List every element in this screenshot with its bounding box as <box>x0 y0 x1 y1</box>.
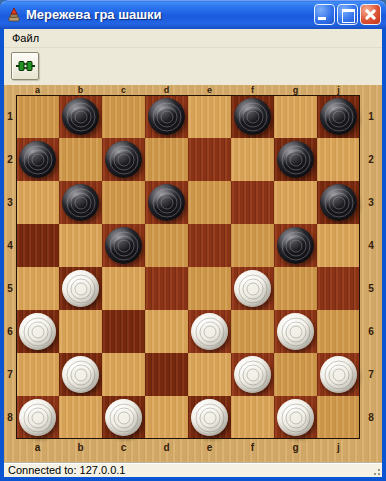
piece-ring <box>31 153 44 166</box>
piece-ring <box>74 282 87 295</box>
piece-ring <box>246 110 259 123</box>
white-piece[interactable]: ● <box>19 399 56 436</box>
square-g4[interactable]: ● <box>274 224 317 267</box>
black-piece[interactable]: ● <box>148 184 185 221</box>
square-c3[interactable] <box>102 181 145 224</box>
white-piece[interactable]: ● <box>191 313 228 350</box>
status-bar: Connected to: 127.0.0.1 <box>4 462 382 477</box>
square-b5[interactable]: ● <box>59 267 102 310</box>
file-label-top-c: c <box>102 85 145 95</box>
rank-label-right-3: 3 <box>360 181 382 224</box>
square-b2[interactable] <box>59 138 102 181</box>
minimize-button[interactable] <box>314 4 335 25</box>
white-piece[interactable]: ● <box>105 399 142 436</box>
square-f4[interactable] <box>231 224 274 267</box>
square-g1[interactable] <box>274 95 317 138</box>
square-a5[interactable] <box>16 267 59 310</box>
white-piece[interactable]: ● <box>62 356 99 393</box>
connect-button[interactable] <box>11 52 39 80</box>
black-piece[interactable]: ● <box>277 227 314 264</box>
square-c2[interactable]: ● <box>102 138 145 181</box>
black-piece[interactable]: ● <box>320 184 357 221</box>
piece-ring <box>246 282 259 295</box>
square-j1[interactable]: ● <box>317 95 360 138</box>
square-f1[interactable]: ● <box>231 95 274 138</box>
board: abcdefgj1●●●●12●●●23●●●34●●45●●56●●●67●●… <box>4 85 382 462</box>
file-label-bottom-f: f <box>231 439 274 462</box>
square-f7[interactable]: ● <box>231 353 274 396</box>
square-d4[interactable] <box>145 224 188 267</box>
board-corner <box>360 85 382 95</box>
square-e7[interactable] <box>188 353 231 396</box>
menu-bar: Файл <box>4 29 382 48</box>
piece-ring <box>74 110 87 123</box>
white-piece[interactable]: ● <box>234 356 271 393</box>
board-corner <box>4 85 16 95</box>
piece-ring <box>203 411 216 424</box>
square-b1[interactable]: ● <box>59 95 102 138</box>
square-e8[interactable]: ● <box>188 396 231 439</box>
square-c7[interactable] <box>102 353 145 396</box>
rank-label-left-3: 3 <box>4 181 16 224</box>
file-label-top-e: e <box>188 85 231 95</box>
square-j2[interactable] <box>317 138 360 181</box>
square-g5[interactable] <box>274 267 317 310</box>
square-g7[interactable] <box>274 353 317 396</box>
black-piece[interactable]: ● <box>62 98 99 135</box>
menu-item-file[interactable]: Файл <box>5 30 46 47</box>
square-g8[interactable]: ● <box>274 396 317 439</box>
file-label-top-g: g <box>274 85 317 95</box>
file-label-bottom-j: j <box>317 439 360 462</box>
piece-ring <box>289 153 302 166</box>
window-content: Файл abcdefgj1●●●●12●●●23●●●34●●45●●56●●… <box>4 29 382 477</box>
piece-ring <box>289 411 302 424</box>
file-label-bottom-b: b <box>59 439 102 462</box>
black-piece[interactable]: ● <box>277 141 314 178</box>
file-label-bottom-g: g <box>274 439 317 462</box>
square-e5[interactable] <box>188 267 231 310</box>
rank-label-left-2: 2 <box>4 138 16 181</box>
square-j6[interactable] <box>317 310 360 353</box>
square-e1[interactable] <box>188 95 231 138</box>
square-a1[interactable] <box>16 95 59 138</box>
black-piece[interactable]: ● <box>105 141 142 178</box>
white-piece[interactable]: ● <box>234 270 271 307</box>
status-text: Connected to: 127.0.0.1 <box>8 464 125 476</box>
square-c6[interactable] <box>102 310 145 353</box>
rank-label-right-5: 5 <box>360 267 382 310</box>
black-piece[interactable]: ● <box>19 141 56 178</box>
black-piece[interactable]: ● <box>62 184 99 221</box>
piece-ring <box>332 110 345 123</box>
piece-ring <box>117 153 130 166</box>
black-piece[interactable]: ● <box>148 98 185 135</box>
square-e4[interactable] <box>188 224 231 267</box>
square-e2[interactable] <box>188 138 231 181</box>
square-j3[interactable]: ● <box>317 181 360 224</box>
rank-label-right-1: 1 <box>360 95 382 138</box>
square-c5[interactable] <box>102 267 145 310</box>
close-button[interactable] <box>360 4 381 25</box>
square-c1[interactable] <box>102 95 145 138</box>
file-label-top-f: f <box>231 85 274 95</box>
title-bar[interactable]: Мережева гра шашки <box>0 0 386 29</box>
window-controls <box>314 4 381 25</box>
piece-ring <box>160 196 173 209</box>
square-a3[interactable] <box>16 181 59 224</box>
piece-ring <box>74 196 87 209</box>
plug-connect-icon <box>16 59 35 73</box>
rank-label-right-6: 6 <box>360 310 382 353</box>
square-f6[interactable] <box>231 310 274 353</box>
resize-grip[interactable] <box>371 466 381 476</box>
square-d3[interactable]: ● <box>145 181 188 224</box>
black-piece[interactable]: ● <box>105 227 142 264</box>
piece-ring <box>117 239 130 252</box>
square-f5[interactable]: ● <box>231 267 274 310</box>
square-c4[interactable]: ● <box>102 224 145 267</box>
square-c8[interactable]: ● <box>102 396 145 439</box>
piece-ring <box>160 110 173 123</box>
square-f8[interactable] <box>231 396 274 439</box>
rank-label-left-8: 8 <box>4 396 16 439</box>
black-piece[interactable]: ● <box>234 98 271 135</box>
file-label-bottom-d: d <box>145 439 188 462</box>
rank-label-right-7: 7 <box>360 353 382 396</box>
square-a7[interactable] <box>16 353 59 396</box>
square-j7[interactable]: ● <box>317 353 360 396</box>
white-piece[interactable]: ● <box>19 313 56 350</box>
white-piece[interactable]: ● <box>191 399 228 436</box>
file-label-top-b: b <box>59 85 102 95</box>
square-a6[interactable]: ● <box>16 310 59 353</box>
square-f3[interactable] <box>231 181 274 224</box>
piece-ring <box>117 411 130 424</box>
window-title: Мережева гра шашки <box>26 7 314 22</box>
black-piece[interactable]: ● <box>320 98 357 135</box>
toolbar <box>4 48 382 85</box>
square-e3[interactable] <box>188 181 231 224</box>
piece-ring <box>246 368 259 381</box>
rank-label-left-4: 4 <box>4 224 16 267</box>
rank-label-left-7: 7 <box>4 353 16 396</box>
file-label-bottom-c: c <box>102 439 145 462</box>
file-label-top-d: d <box>145 85 188 95</box>
white-piece[interactable]: ● <box>320 356 357 393</box>
square-b6[interactable] <box>59 310 102 353</box>
piece-ring <box>332 368 345 381</box>
maximize-button[interactable] <box>337 4 358 25</box>
rank-label-left-5: 5 <box>4 267 16 310</box>
piece-ring <box>289 239 302 252</box>
square-a4[interactable] <box>16 224 59 267</box>
square-a8[interactable]: ● <box>16 396 59 439</box>
square-g6[interactable]: ● <box>274 310 317 353</box>
square-b8[interactable] <box>59 396 102 439</box>
rank-label-right-8: 8 <box>360 396 382 439</box>
piece-ring <box>31 325 44 338</box>
app-window: Мережева гра шашки Файл abcdefg <box>0 0 386 481</box>
piece-ring <box>289 325 302 338</box>
square-j5[interactable] <box>317 267 360 310</box>
square-b3[interactable]: ● <box>59 181 102 224</box>
square-d7[interactable] <box>145 353 188 396</box>
square-d8[interactable] <box>145 396 188 439</box>
square-d1[interactable]: ● <box>145 95 188 138</box>
piece-ring <box>203 325 216 338</box>
square-d2[interactable] <box>145 138 188 181</box>
rank-label-right-4: 4 <box>360 224 382 267</box>
white-piece[interactable]: ● <box>277 399 314 436</box>
square-d6[interactable] <box>145 310 188 353</box>
piece-ring <box>74 368 87 381</box>
square-a2[interactable]: ● <box>16 138 59 181</box>
file-label-top-a: a <box>16 85 59 95</box>
square-j4[interactable] <box>317 224 360 267</box>
square-g3[interactable] <box>274 181 317 224</box>
square-f2[interactable] <box>231 138 274 181</box>
rank-label-left-1: 1 <box>4 95 16 138</box>
square-j8[interactable] <box>317 396 360 439</box>
board-corner <box>4 439 16 462</box>
white-piece[interactable]: ● <box>277 313 314 350</box>
file-label-bottom-a: a <box>16 439 59 462</box>
file-label-bottom-e: e <box>188 439 231 462</box>
white-piece[interactable]: ● <box>62 270 99 307</box>
checkers-app-icon <box>6 7 22 23</box>
square-b7[interactable]: ● <box>59 353 102 396</box>
board-corner <box>360 439 382 462</box>
square-d5[interactable] <box>145 267 188 310</box>
square-b4[interactable] <box>59 224 102 267</box>
piece-ring <box>332 196 345 209</box>
rank-label-left-6: 6 <box>4 310 16 353</box>
square-e6[interactable]: ● <box>188 310 231 353</box>
piece-ring <box>31 411 44 424</box>
square-g2[interactable]: ● <box>274 138 317 181</box>
rank-label-right-2: 2 <box>360 138 382 181</box>
file-label-top-j: j <box>317 85 360 95</box>
